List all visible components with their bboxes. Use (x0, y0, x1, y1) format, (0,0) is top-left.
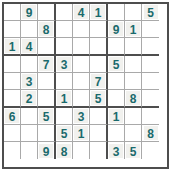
given-tile: 3 (22, 74, 36, 88)
given-digit: 6 (9, 111, 16, 123)
cell-r9c8: 5 (125, 142, 142, 159)
cell-r8c5: 1 (73, 125, 90, 142)
cell-r5c7[interactable] (108, 73, 125, 90)
given-digit: 3 (61, 59, 68, 71)
given-tile: 3 (57, 57, 71, 71)
cell-r9c9[interactable] (142, 142, 159, 159)
cell-r8c2[interactable] (21, 125, 38, 142)
cell-r3c9[interactable] (142, 38, 159, 56)
given-digit: 9 (26, 7, 33, 19)
cell-r6c7[interactable] (108, 90, 125, 108)
cell-r7c9[interactable] (142, 108, 159, 125)
cell-r9c4: 8 (56, 142, 73, 159)
cell-r9c7: 3 (108, 142, 125, 159)
given-tile: 3 (109, 144, 123, 158)
cell-r3c3[interactable] (38, 38, 56, 56)
given-digit: 5 (113, 59, 120, 71)
cell-r2c4[interactable] (56, 21, 73, 38)
given-tile: 1 (5, 39, 19, 53)
given-tile: 2 (22, 91, 36, 105)
given-digit: 1 (130, 24, 137, 36)
cell-r4c8[interactable] (125, 56, 142, 73)
cell-r3c8[interactable] (125, 38, 142, 56)
cell-r3c7[interactable] (108, 38, 125, 56)
cell-r9c1[interactable] (4, 142, 21, 159)
given-tile: 7 (39, 57, 53, 71)
cell-r6c8: 8 (125, 90, 142, 108)
given-digit: 1 (95, 7, 102, 19)
given-digit: 8 (130, 93, 137, 105)
cell-r1c8[interactable] (125, 4, 142, 21)
given-tile: 5 (126, 144, 140, 158)
sudoku-board: 94158911473537215865315189835 (4, 4, 167, 167)
cell-r6c5[interactable] (73, 90, 90, 108)
given-tile: 8 (126, 91, 140, 105)
given-tile: 9 (109, 22, 123, 36)
cell-r1c1[interactable] (4, 4, 21, 21)
given-digit: 1 (61, 93, 68, 105)
given-tile: 7 (91, 74, 105, 88)
given-tile: 1 (126, 22, 140, 36)
given-digit: 3 (78, 111, 85, 123)
given-digit: 5 (147, 7, 154, 19)
given-tile: 8 (144, 126, 158, 140)
cell-r8c3[interactable] (38, 125, 56, 142)
cell-r1c4[interactable] (56, 4, 73, 21)
given-digit: 9 (113, 24, 120, 36)
cell-r9c2[interactable] (21, 142, 38, 159)
cell-r2c3: 8 (38, 21, 56, 38)
cell-r3c6[interactable] (90, 38, 108, 56)
cell-r4c3: 7 (38, 56, 56, 73)
given-digit: 1 (9, 41, 16, 53)
cell-r4c4: 3 (56, 56, 73, 73)
cell-r6c3[interactable] (38, 90, 56, 108)
cell-r5c6: 7 (90, 73, 108, 90)
cell-r2c7: 9 (108, 21, 125, 38)
cell-r3c2: 4 (21, 38, 38, 56)
cell-r9c3: 9 (38, 142, 56, 159)
cell-r2c8: 1 (125, 21, 142, 38)
given-tile: 1 (109, 109, 123, 123)
cell-r8c7[interactable] (108, 125, 125, 142)
cell-r5c4[interactable] (56, 73, 73, 90)
cell-r1c5: 4 (73, 4, 90, 21)
cell-r4c2[interactable] (21, 56, 38, 73)
cell-r6c4: 1 (56, 90, 73, 108)
given-digit: 8 (61, 145, 68, 157)
cell-r1c3[interactable] (38, 4, 56, 21)
cell-r7c8[interactable] (125, 108, 142, 125)
given-tile: 5 (144, 5, 158, 19)
given-tile: 5 (91, 91, 105, 105)
given-tile: 4 (74, 5, 88, 19)
cell-r7c6[interactable] (90, 108, 108, 125)
given-tile: 3 (74, 109, 88, 123)
given-digit: 7 (95, 76, 102, 88)
given-tile: 1 (74, 126, 88, 140)
cell-r3c1: 1 (4, 38, 21, 56)
cell-r2c6[interactable] (90, 21, 108, 38)
given-digit: 7 (43, 59, 50, 71)
cell-r6c2: 2 (21, 90, 38, 108)
cell-r8c8[interactable] (125, 125, 142, 142)
cell-r5c3[interactable] (38, 73, 56, 90)
cell-r4c7: 5 (108, 56, 125, 73)
cell-r8c9: 8 (142, 125, 159, 142)
given-tile: 9 (22, 5, 36, 19)
cell-r3c4[interactable] (56, 38, 73, 56)
given-tile: 6 (5, 109, 19, 123)
given-digit: 3 (26, 76, 33, 88)
given-tile: 8 (39, 22, 53, 36)
given-digit: 5 (61, 128, 68, 140)
cell-r6c6: 5 (90, 90, 108, 108)
cell-r7c2[interactable] (21, 108, 38, 125)
given-tile: 5 (57, 126, 71, 140)
cell-r7c1: 6 (4, 108, 21, 125)
cell-r7c3: 5 (38, 108, 56, 125)
cell-r1c9: 5 (142, 4, 159, 21)
cell-r8c4: 5 (56, 125, 73, 142)
cell-r5c9[interactable] (142, 73, 159, 90)
cell-r5c5[interactable] (73, 73, 90, 90)
cell-r8c6[interactable] (90, 125, 108, 142)
cell-r9c5[interactable] (73, 142, 90, 159)
given-digit: 8 (147, 128, 154, 140)
cell-r2c9[interactable] (142, 21, 159, 38)
cell-r9c6[interactable] (90, 142, 108, 159)
cell-r5c1[interactable] (4, 73, 21, 90)
cell-r4c5[interactable] (73, 56, 90, 73)
given-digit: 4 (78, 7, 85, 19)
given-digit: 5 (43, 111, 50, 123)
given-tile: 5 (109, 57, 123, 71)
given-digit: 5 (130, 145, 137, 157)
given-tile: 5 (39, 109, 53, 123)
given-digit: 1 (78, 128, 85, 140)
given-tile: 1 (91, 5, 105, 19)
given-digit: 1 (113, 111, 120, 123)
cell-r4c6[interactable] (90, 56, 108, 73)
given-tile: 9 (39, 144, 53, 158)
cell-r2c2[interactable] (21, 21, 38, 38)
cell-r2c1[interactable] (4, 21, 21, 38)
given-digit: 2 (26, 93, 33, 105)
given-digit: 4 (26, 41, 33, 53)
given-tile: 4 (22, 39, 36, 53)
given-digit: 5 (95, 93, 102, 105)
cell-r6c9[interactable] (142, 90, 159, 108)
given-digit: 8 (43, 24, 50, 36)
cell-r7c4[interactable] (56, 108, 73, 125)
given-tile: 8 (57, 144, 71, 158)
cell-r4c1[interactable] (4, 56, 21, 73)
cell-r3c5[interactable] (73, 38, 90, 56)
cell-r7c5: 3 (73, 108, 90, 125)
cell-r5c8[interactable] (125, 73, 142, 90)
cell-r5c2: 3 (21, 73, 38, 90)
cell-r1c7[interactable] (108, 4, 125, 21)
cell-r2c5[interactable] (73, 21, 90, 38)
cell-r1c6: 1 (90, 4, 108, 21)
given-digit: 3 (113, 145, 120, 157)
given-tile: 1 (57, 91, 71, 105)
cell-r6c1[interactable] (4, 90, 21, 108)
cell-r8c1[interactable] (4, 125, 21, 142)
given-digit: 9 (43, 145, 50, 157)
cell-r7c7: 1 (108, 108, 125, 125)
cell-r1c2: 9 (21, 4, 38, 21)
sudoku-board-frame: 94158911473537215865315189835 (2, 2, 169, 169)
cell-r4c9[interactable] (142, 56, 159, 73)
